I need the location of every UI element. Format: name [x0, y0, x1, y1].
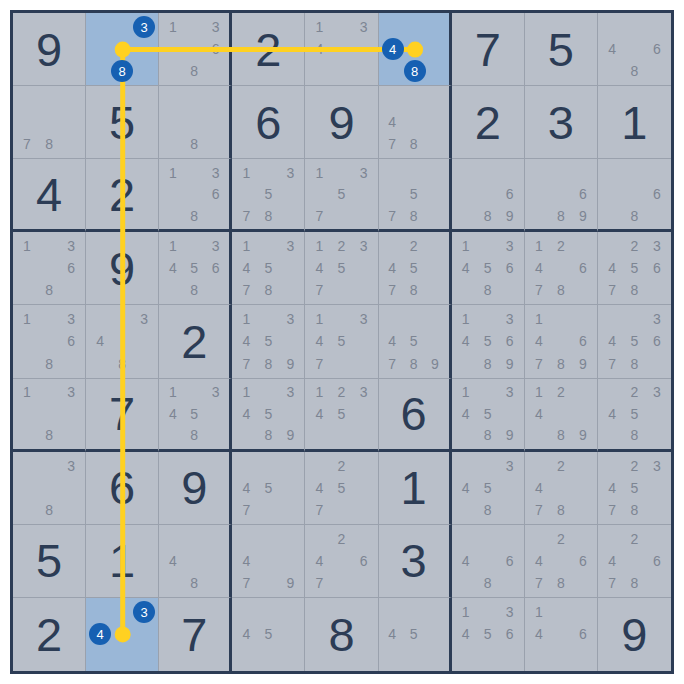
cell-r5c5[interactable]: 13457	[305, 305, 378, 378]
candidate-slot-8: 8	[403, 279, 424, 301]
candidate-digit: 3	[360, 166, 368, 180]
cell-r4c1[interactable]: 1368	[13, 232, 86, 305]
cell-r9c3[interactable]: 7	[159, 598, 232, 671]
candidate-slot-9	[133, 353, 155, 375]
candidate-digit: 8	[484, 428, 492, 442]
candidate-digit: 7	[242, 283, 250, 297]
cell-r5c9[interactable]: 345678	[598, 305, 671, 378]
candidate-digit: 8	[190, 576, 198, 590]
candidate-slot-5: 5	[477, 330, 499, 352]
candidate-digit: 3	[360, 312, 368, 326]
candidate-grid: 134568	[455, 235, 521, 301]
chain-candidate-bubble[interactable]: 4	[382, 38, 404, 60]
candidate-slot-5	[550, 257, 572, 279]
candidate-slot-6: 6	[353, 550, 375, 572]
candidate-grid: 1368	[162, 162, 226, 226]
candidate-slot-8: 8	[111, 60, 133, 82]
cell-r4c9[interactable]: 2345678	[598, 232, 671, 305]
candidate-slot-6	[133, 330, 155, 352]
candidate-digit: 8	[264, 209, 272, 223]
candidate-slot-6	[353, 403, 375, 424]
candidate-grid: 134589	[235, 382, 301, 446]
candidate-slot-9	[205, 572, 226, 594]
candidate-digit: 1	[169, 239, 177, 253]
cell-r8c9[interactable]: 24678	[598, 525, 671, 598]
candidate-slot-1: 1	[162, 16, 183, 38]
candidate-slot-2	[477, 382, 499, 403]
candidate-digit: 7	[535, 283, 543, 297]
candidate-slot-2	[257, 455, 279, 477]
candidate-digit: 7	[242, 503, 250, 517]
candidate-slot-9: 9	[279, 572, 301, 594]
candidate-slot-4: 4	[528, 403, 550, 424]
candidate-digit: 6	[653, 261, 661, 275]
cell-r4c8[interactable]: 124678	[525, 232, 598, 305]
cell-r3c4[interactable]: 13578	[232, 159, 305, 232]
candidate-slot-2	[550, 601, 572, 623]
candidate-slot-2	[550, 162, 572, 183]
chain-candidate-bubble[interactable]: 8	[404, 60, 426, 82]
candidate-slot-3	[572, 455, 594, 477]
cell-r9c2[interactable]: 34	[86, 598, 159, 671]
candidate-slot-4: 4	[455, 623, 477, 645]
cell-r3c5[interactable]: 1357	[305, 159, 378, 232]
candidate-slot-4	[16, 257, 38, 279]
cell-r1c5[interactable]: 134	[305, 13, 378, 86]
cell-r5c7[interactable]: 1345689	[452, 305, 525, 378]
cell-r9c8[interactable]: 146	[525, 598, 598, 671]
candidate-slot-2	[184, 528, 205, 550]
candidate-slot-6	[279, 550, 301, 572]
candidate-slot-8: 8	[623, 572, 645, 594]
candidate-slot-8: 8	[257, 353, 279, 375]
cell-r9c5[interactable]: 8	[305, 598, 378, 671]
candidate-slot-3	[572, 308, 594, 330]
cell-digit: 9	[159, 452, 229, 524]
candidate-slot-5	[38, 257, 60, 279]
cell-r3c2[interactable]: 2	[86, 159, 159, 232]
candidate-slot-2	[184, 235, 205, 257]
candidate-slot-1	[455, 162, 477, 183]
chain-candidate-bubble[interactable]: 3	[133, 601, 155, 623]
candidate-slot-8: 8	[550, 205, 572, 226]
cell-r2c9[interactable]: 1	[598, 86, 671, 159]
candidate-slot-8	[257, 572, 279, 594]
cell-r5c8[interactable]: 146789	[525, 305, 598, 378]
candidate-digit: 8	[557, 576, 565, 590]
candidate-digit: 5	[631, 334, 639, 348]
candidate-slot-3	[205, 89, 226, 111]
cell-r8c7[interactable]: 468	[452, 525, 525, 598]
candidate-digit: 6	[506, 627, 514, 641]
candidate-digit: 6	[653, 554, 661, 568]
candidate-slot-1: 1	[308, 162, 330, 183]
candidate-digit: 5	[338, 481, 346, 495]
candidate-grid: 2478	[528, 455, 594, 521]
cell-r2c6[interactable]: 478	[379, 86, 452, 159]
candidate-slot-2	[404, 16, 426, 38]
cell-r2c7[interactable]: 2	[452, 86, 525, 159]
cell-r8c3[interactable]: 48	[159, 525, 232, 598]
candidate-grid: 24678	[601, 528, 668, 594]
cell-r7c1[interactable]: 38	[13, 452, 86, 525]
candidate-slot-5: 5	[477, 477, 499, 499]
candidate-slot-5: 5	[477, 403, 499, 424]
candidate-slot-8: 8	[184, 60, 205, 82]
candidate-slot-3: 3	[646, 455, 668, 477]
candidate-digit: 8	[557, 428, 565, 442]
candidate-digit: 5	[338, 261, 346, 275]
candidate-slot-4: 4	[308, 330, 330, 352]
cell-r8c6[interactable]: 3	[379, 525, 452, 598]
candidate-digit: 2	[557, 239, 565, 253]
cell-r4c2[interactable]: 9	[86, 232, 159, 305]
cell-r4c6[interactable]: 24578	[379, 232, 452, 305]
candidate-slot-6: 6	[572, 330, 594, 352]
candidate-slot-8	[550, 646, 572, 668]
candidate-slot-7	[455, 646, 477, 668]
candidate-digit: 5	[631, 407, 639, 421]
candidate-slot-8: 8	[477, 205, 499, 226]
cell-r8c2[interactable]: 1	[86, 525, 159, 598]
candidate-slot-3	[424, 601, 445, 623]
cell-r3c1[interactable]: 4	[13, 159, 86, 232]
candidate-digit: 6	[579, 187, 587, 201]
cell-r9c1[interactable]: 2	[13, 598, 86, 671]
candidate-slot-7: 7	[308, 499, 330, 521]
candidate-slot-6: 6	[646, 257, 668, 279]
candidate-slot-4: 4	[382, 257, 403, 279]
candidate-digit: 7	[608, 357, 616, 371]
cell-r3c7[interactable]: 689	[452, 159, 525, 232]
candidate-digit: 8	[45, 428, 53, 442]
cell-r5c6[interactable]: 45789	[379, 305, 452, 378]
cell-r3c8[interactable]: 689	[525, 159, 598, 232]
candidate-digit: 7	[535, 576, 543, 590]
candidate-slot-3	[353, 455, 375, 477]
cell-r1c4[interactable]: 2	[232, 13, 305, 86]
candidate-digit: 4	[608, 334, 616, 348]
cell-digit: 9	[13, 13, 85, 85]
candidate-digit: 5	[264, 627, 272, 641]
candidate-digit: 3	[360, 20, 368, 34]
candidate-digit: 2	[338, 239, 346, 253]
candidate-digit: 5	[631, 481, 639, 495]
cell-r1c6[interactable]: 48	[379, 13, 452, 86]
candidate-digit: 7	[608, 576, 616, 590]
cell-digit: 9	[305, 86, 377, 158]
candidate-slot-4	[382, 184, 403, 205]
candidate-slot-9	[646, 499, 668, 521]
candidate-slot-4: 4	[308, 403, 330, 424]
candidate-slot-1	[601, 162, 623, 183]
candidate-digit: 6	[653, 42, 661, 56]
cell-r1c1[interactable]: 9	[13, 13, 86, 86]
candidate-slot-1	[528, 455, 550, 477]
candidate-slot-7: 7	[601, 353, 623, 375]
candidate-slot-3: 3	[60, 455, 82, 477]
candidate-slot-7	[528, 424, 550, 445]
cell-r2c3[interactable]: 8	[159, 86, 232, 159]
cell-r5c2[interactable]: 348	[86, 305, 159, 378]
candidate-digit: 8	[118, 357, 126, 371]
candidate-slot-8: 8	[111, 353, 133, 375]
candidate-slot-6	[424, 111, 445, 133]
candidate-slot-3: 3	[499, 235, 521, 257]
candidate-slot-4: 4	[235, 330, 257, 352]
candidate-grid: 13456	[455, 601, 521, 668]
cell-r5c3[interactable]: 2	[159, 305, 232, 378]
cell-r8c4[interactable]: 479	[232, 525, 305, 598]
candidate-digit: 9	[506, 428, 514, 442]
candidate-slot-8: 8	[184, 279, 205, 301]
candidate-slot-1	[382, 601, 403, 623]
cell-r1c3[interactable]: 1368	[159, 13, 232, 86]
candidate-digit: 2	[557, 459, 565, 473]
cell-r3c9[interactable]: 68	[598, 159, 671, 232]
cell-digit: 2	[452, 86, 524, 158]
candidate-grid: 34	[89, 601, 155, 668]
cell-r1c2[interactable]: 38	[86, 13, 159, 86]
cell-r4c7[interactable]: 134568	[452, 232, 525, 305]
cell-r1c9[interactable]: 468	[598, 13, 671, 86]
candidate-grid: 134589	[455, 382, 521, 446]
candidate-grid: 479	[235, 528, 301, 594]
candidate-digit: 2	[410, 239, 418, 253]
cell-r2c1[interactable]: 78	[13, 86, 86, 159]
cell-r6c9[interactable]: 23458	[598, 379, 671, 452]
candidate-digit: 6	[212, 42, 220, 56]
candidate-slot-1	[162, 89, 183, 111]
cell-r7c6[interactable]: 1	[379, 452, 452, 525]
candidate-digit: 7	[608, 283, 616, 297]
cell-r9c6[interactable]: 45	[379, 598, 452, 671]
candidate-digit: 2	[338, 385, 346, 399]
candidate-digit: 4	[316, 42, 324, 56]
candidate-digit: 7	[535, 357, 543, 371]
cell-r6c8[interactable]: 12489	[525, 379, 598, 452]
candidate-digit: 8	[264, 428, 272, 442]
candidate-slot-3	[572, 601, 594, 623]
candidate-digit: 7	[316, 209, 324, 223]
cell-r8c1[interactable]: 5	[13, 525, 86, 598]
candidate-digit: 6	[506, 261, 514, 275]
cell-r4c3[interactable]: 134568	[159, 232, 232, 305]
candidate-slot-2	[38, 235, 60, 257]
candidate-slot-2: 2	[550, 235, 572, 257]
candidate-slot-9	[572, 646, 594, 668]
candidate-slot-8: 8	[477, 424, 499, 445]
cell-r6c6[interactable]: 6	[379, 379, 452, 452]
candidate-slot-5: 5	[330, 403, 352, 424]
cell-r7c9[interactable]: 234578	[598, 452, 671, 525]
cell-r7c4[interactable]: 457	[232, 452, 305, 525]
candidate-slot-1	[382, 16, 404, 38]
cell-r4c4[interactable]: 134578	[232, 232, 305, 305]
candidate-digit: 1	[242, 385, 250, 399]
candidate-slot-4: 4	[162, 403, 183, 424]
candidate-slot-9	[133, 646, 155, 668]
candidate-slot-7	[601, 60, 623, 82]
cell-r4c5[interactable]: 123457	[305, 232, 378, 305]
candidate-digit: 8	[631, 283, 639, 297]
candidate-slot-3	[424, 89, 445, 111]
candidate-digit: 8	[45, 137, 53, 151]
candidate-grid: 3458	[455, 455, 521, 521]
candidate-slot-1	[16, 455, 38, 477]
candidate-slot-5: 5	[623, 330, 645, 352]
cell-r6c7[interactable]: 134589	[452, 379, 525, 452]
cell-r8c5[interactable]: 2467	[305, 525, 378, 598]
cell-r5c1[interactable]: 1368	[13, 305, 86, 378]
candidate-slot-4	[16, 111, 38, 133]
candidate-slot-9	[60, 133, 82, 155]
candidate-slot-4: 4	[528, 330, 550, 352]
cell-r3c3[interactable]: 1368	[159, 159, 232, 232]
chain-candidate-bubble[interactable]: 3	[133, 16, 155, 38]
cell-digit: 7	[86, 379, 158, 449]
candidate-slot-3	[572, 235, 594, 257]
candidate-slot-1: 1	[16, 235, 38, 257]
candidate-slot-9	[424, 646, 445, 668]
candidate-slot-9	[353, 353, 375, 375]
cell-r7c7[interactable]: 3458	[452, 452, 525, 525]
candidate-slot-1: 1	[455, 235, 477, 257]
candidate-slot-5	[111, 38, 133, 60]
cell-r9c4[interactable]: 45	[232, 598, 305, 671]
candidate-grid: 45	[382, 601, 446, 668]
candidate-slot-8: 8	[623, 205, 645, 226]
candidate-grid: 345678	[601, 308, 668, 374]
cell-r2c2[interactable]: 5	[86, 86, 159, 159]
candidate-digit: 8	[557, 283, 565, 297]
candidate-slot-5	[404, 38, 426, 60]
cell-r5c4[interactable]: 1345789	[232, 305, 305, 378]
candidate-digit: 6	[360, 554, 368, 568]
candidate-digit: 6	[579, 554, 587, 568]
candidate-slot-8: 8	[38, 499, 60, 521]
candidate-digit: 9	[431, 357, 439, 371]
candidate-slot-3: 3	[279, 235, 301, 257]
candidate-slot-3	[424, 308, 445, 330]
candidate-slot-9	[646, 572, 668, 594]
candidate-slot-7: 7	[308, 205, 330, 226]
cell-r2c8[interactable]: 3	[525, 86, 598, 159]
cell-r7c3[interactable]: 9	[159, 452, 232, 525]
cell-digit: 1	[86, 525, 158, 597]
cell-r9c9[interactable]: 9	[598, 598, 671, 671]
candidate-digit: 4	[316, 407, 324, 421]
cell-r7c8[interactable]: 2478	[525, 452, 598, 525]
candidate-slot-1	[455, 528, 477, 550]
candidate-slot-2: 2	[623, 528, 645, 550]
candidate-slot-5	[330, 550, 352, 572]
cell-r6c2[interactable]: 7	[86, 379, 159, 452]
candidate-digit: 5	[484, 334, 492, 348]
candidate-grid: 234578	[601, 455, 668, 521]
candidate-digit: 4	[169, 554, 177, 568]
candidate-slot-1: 1	[455, 601, 477, 623]
candidate-slot-8: 8	[550, 279, 572, 301]
cell-r7c2[interactable]: 6	[86, 452, 159, 525]
candidate-digit: 3	[506, 239, 514, 253]
candidate-slot-4	[528, 184, 550, 205]
chain-candidate-bubble[interactable]: 4	[89, 623, 111, 645]
cell-r6c4[interactable]: 134589	[232, 379, 305, 452]
candidate-slot-3	[499, 162, 521, 183]
candidate-digit: 4	[608, 407, 616, 421]
candidate-slot-9	[60, 353, 82, 375]
candidate-slot-3: 3	[205, 16, 226, 38]
candidate-slot-5	[550, 623, 572, 645]
candidate-digit: 8	[484, 503, 492, 517]
cell-r8c8[interactable]: 24678	[525, 525, 598, 598]
candidate-digit: 2	[557, 532, 565, 546]
candidate-slot-1	[89, 601, 111, 623]
cell-r3c6[interactable]: 578	[379, 159, 452, 232]
cell-r6c1[interactable]: 138	[13, 379, 86, 452]
candidate-slot-3: 3	[133, 308, 155, 330]
candidate-slot-5	[477, 550, 499, 572]
candidate-slot-5: 5	[257, 184, 279, 205]
cell-r6c5[interactable]: 12345	[305, 379, 378, 452]
cell-r2c5[interactable]: 9	[305, 86, 378, 159]
candidate-slot-8	[330, 60, 352, 82]
candidate-digit: 6	[67, 334, 75, 348]
candidate-digit: 7	[388, 357, 396, 371]
candidate-slot-3: 3	[353, 235, 375, 257]
cell-r1c8[interactable]: 5	[525, 13, 598, 86]
candidate-slot-6	[499, 477, 521, 499]
candidate-digit: 4	[462, 261, 470, 275]
candidate-digit: 3	[506, 459, 514, 473]
candidate-slot-9	[424, 205, 445, 226]
candidate-grid: 68	[601, 162, 668, 226]
candidate-slot-6	[353, 184, 375, 205]
chain-candidate-bubble[interactable]: 8	[111, 60, 133, 82]
candidate-slot-2: 2	[623, 455, 645, 477]
candidate-digit: 8	[190, 64, 198, 78]
candidate-slot-7: 7	[308, 353, 330, 375]
candidate-slot-1	[455, 455, 477, 477]
candidate-slot-7: 7	[235, 205, 257, 226]
candidate-slot-5	[257, 550, 279, 572]
candidate-slot-9	[133, 60, 155, 82]
candidate-digit: 6	[67, 261, 75, 275]
cell-r7c5[interactable]: 2457	[305, 452, 378, 525]
candidate-slot-4: 4	[455, 403, 477, 424]
candidate-slot-6	[279, 477, 301, 499]
cell-digit: 1	[379, 452, 449, 524]
candidate-slot-5: 5	[330, 330, 352, 352]
cell-r2c4[interactable]: 6	[232, 86, 305, 159]
cell-digit: 4	[13, 159, 85, 229]
candidate-slot-2: 2	[330, 235, 352, 257]
cell-r9c7[interactable]: 13456	[452, 598, 525, 671]
candidate-slot-8	[257, 499, 279, 521]
candidate-digit: 4	[316, 334, 324, 348]
candidate-slot-7: 7	[601, 499, 623, 521]
cell-digit: 2	[232, 13, 304, 85]
candidate-digit: 8	[631, 64, 639, 78]
candidate-digit: 4	[316, 261, 324, 275]
candidate-slot-2	[257, 528, 279, 550]
candidate-slot-5	[38, 330, 60, 352]
candidate-slot-9	[646, 60, 668, 82]
cell-r6c3[interactable]: 13458	[159, 379, 232, 452]
cell-r1c7[interactable]: 7	[452, 13, 525, 86]
candidate-slot-9	[646, 205, 668, 226]
